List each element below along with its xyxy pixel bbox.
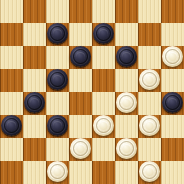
square-g5[interactable] [138,69,161,92]
square-d8[interactable] [69,0,92,23]
square-d2[interactable] [69,138,92,161]
square-b3 [23,115,46,138]
white-man[interactable] [139,115,160,136]
square-f8[interactable] [115,0,138,23]
square-c4 [46,92,69,115]
square-h8[interactable] [161,0,184,23]
square-h5 [161,69,184,92]
square-h1 [161,161,184,184]
square-f3 [115,115,138,138]
square-c8 [46,0,69,23]
square-g2 [138,138,161,161]
square-a1[interactable] [0,161,23,184]
square-f5 [115,69,138,92]
square-h7 [161,23,184,46]
white-man[interactable] [70,138,91,159]
square-g3[interactable] [138,115,161,138]
square-a4 [0,92,23,115]
black-man[interactable] [116,46,137,67]
black-man[interactable] [24,92,45,113]
square-e5[interactable] [92,69,115,92]
square-a2 [0,138,23,161]
white-man[interactable] [93,115,114,136]
square-d3 [69,115,92,138]
square-a5[interactable] [0,69,23,92]
square-c6 [46,46,69,69]
square-h3 [161,115,184,138]
square-b2[interactable] [23,138,46,161]
square-d1 [69,161,92,184]
square-f2[interactable] [115,138,138,161]
square-e7[interactable] [92,23,115,46]
square-f6[interactable] [115,46,138,69]
black-man[interactable] [93,23,114,44]
square-f1 [115,161,138,184]
square-b4[interactable] [23,92,46,115]
square-c1[interactable] [46,161,69,184]
square-b8[interactable] [23,0,46,23]
square-h2[interactable] [161,138,184,161]
square-a8 [0,0,23,23]
square-g1[interactable] [138,161,161,184]
square-b6[interactable] [23,46,46,69]
square-e4 [92,92,115,115]
black-man[interactable] [47,23,68,44]
white-man[interactable] [139,69,160,90]
square-b1 [23,161,46,184]
square-b5 [23,69,46,92]
black-man[interactable] [47,69,68,90]
black-man[interactable] [162,92,183,113]
square-g6 [138,46,161,69]
square-g4 [138,92,161,115]
checkers-board [0,0,184,184]
square-d7 [69,23,92,46]
square-h6[interactable] [161,46,184,69]
square-c7[interactable] [46,23,69,46]
square-f7 [115,23,138,46]
black-man[interactable] [47,115,68,136]
white-man[interactable] [116,138,137,159]
square-c5[interactable] [46,69,69,92]
square-c2 [46,138,69,161]
square-a7[interactable] [0,23,23,46]
square-b7 [23,23,46,46]
square-d6[interactable] [69,46,92,69]
square-e2 [92,138,115,161]
white-man[interactable] [139,161,160,182]
square-e1[interactable] [92,161,115,184]
square-d4[interactable] [69,92,92,115]
square-g8 [138,0,161,23]
square-a3[interactable] [0,115,23,138]
white-man[interactable] [47,161,68,182]
black-man[interactable] [70,46,91,67]
square-h4[interactable] [161,92,184,115]
square-a6 [0,46,23,69]
black-man[interactable] [1,115,22,136]
square-f4[interactable] [115,92,138,115]
square-g7[interactable] [138,23,161,46]
square-c3[interactable] [46,115,69,138]
square-e8 [92,0,115,23]
white-man[interactable] [116,92,137,113]
square-e6 [92,46,115,69]
square-e3[interactable] [92,115,115,138]
white-man[interactable] [162,46,183,67]
square-d5 [69,69,92,92]
